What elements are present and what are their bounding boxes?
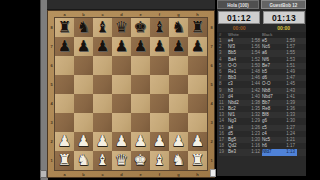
white-bishop: ♝ — [150, 151, 169, 170]
black-king: ♚ — [131, 18, 150, 37]
black-rook: ♜ — [55, 18, 74, 37]
square-b1[interactable]: ♞ — [74, 151, 93, 170]
square-g2[interactable]: ♟ — [169, 132, 188, 151]
black-knight: ♞ — [169, 18, 188, 37]
square-c8[interactable]: ♝ — [93, 18, 112, 37]
resize-grip-right[interactable] — [210, 169, 216, 177]
square-d4[interactable] — [112, 94, 131, 113]
game-info-panel: Hola (100) GuestBob 12 01:12 01:13 00:00… — [217, 0, 306, 176]
square-h5[interactable] — [188, 75, 207, 94]
square-d6[interactable] — [112, 56, 131, 75]
resize-grip-left[interactable] — [40, 170, 47, 178]
black-queen: ♛ — [112, 18, 131, 37]
white-queen: ♛ — [112, 151, 131, 170]
board-window-titlebar — [47, 0, 215, 10]
rank-labels-right: 87654321 — [208, 18, 215, 170]
white-subtime: 00:00 — [217, 24, 262, 32]
square-d3[interactable] — [112, 113, 131, 132]
square-e7[interactable]: ♟ — [131, 37, 150, 56]
square-b8[interactable]: ♞ — [74, 18, 93, 37]
rank-label-8: 8 — [48, 18, 55, 37]
square-a8[interactable]: ♜ — [55, 18, 74, 37]
square-c7[interactable]: ♟ — [93, 37, 112, 56]
sub-timers: 00:00 00:00 — [217, 24, 306, 32]
rank-label-7: 7 — [208, 37, 215, 56]
square-e2[interactable]: ♟ — [131, 132, 150, 151]
square-a5[interactable] — [55, 75, 74, 94]
move-cell-wt[interactable]: 1:12 — [249, 149, 262, 155]
rank-label-4: 4 — [208, 94, 215, 113]
square-h1[interactable]: ♜ — [188, 151, 207, 170]
white-rook: ♜ — [188, 151, 207, 170]
rank-label-5: 5 — [48, 75, 55, 94]
white-pawn: ♟ — [74, 132, 93, 151]
move-cell-w[interactable]: Be3 — [228, 149, 249, 155]
square-g4[interactable] — [169, 94, 188, 113]
square-d1[interactable]: ♛ — [112, 151, 131, 170]
black-pawn: ♟ — [74, 37, 93, 56]
square-f6[interactable] — [150, 56, 169, 75]
black-pawn: ♟ — [150, 37, 169, 56]
square-g8[interactable]: ♞ — [169, 18, 188, 37]
black-rook: ♜ — [188, 18, 207, 37]
square-c3[interactable] — [93, 113, 112, 132]
square-e5[interactable] — [131, 75, 150, 94]
black-pawn: ♟ — [112, 37, 131, 56]
rank-label-6: 6 — [48, 56, 55, 75]
square-h2[interactable]: ♟ — [188, 132, 207, 151]
square-a2[interactable]: ♟ — [55, 132, 74, 151]
rank-label-1: 1 — [48, 151, 55, 170]
black-knight: ♞ — [74, 18, 93, 37]
file-label-h: h — [188, 171, 207, 178]
square-e3[interactable] — [131, 113, 150, 132]
rank-label-4: 4 — [48, 94, 55, 113]
square-f2[interactable]: ♟ — [150, 132, 169, 151]
white-pawn: ♟ — [169, 132, 188, 151]
square-c5[interactable] — [93, 75, 112, 94]
square-f4[interactable] — [150, 94, 169, 113]
file-label-g: g — [169, 11, 188, 18]
square-e8[interactable]: ♚ — [131, 18, 150, 37]
rank-label-3: 3 — [48, 113, 55, 132]
file-label-a: a — [55, 11, 74, 18]
square-g5[interactable] — [169, 75, 188, 94]
rank-label-5: 5 — [208, 75, 215, 94]
white-clock: 01:12 — [218, 11, 260, 24]
square-b2[interactable]: ♟ — [74, 132, 93, 151]
white-knight: ♞ — [74, 151, 93, 170]
square-b7[interactable]: ♟ — [74, 37, 93, 56]
black-pawn: ♟ — [55, 37, 74, 56]
movelist[interactable]: 1e41:58e51:592Nf31:56Nc61:573Bb51:54a61:… — [217, 38, 306, 156]
rank-label-2: 2 — [48, 132, 55, 151]
file-label-b: b — [74, 11, 93, 18]
square-e1[interactable]: ♚ — [131, 151, 150, 170]
square-a3[interactable] — [55, 113, 74, 132]
square-c2[interactable]: ♟ — [93, 132, 112, 151]
file-label-b: b — [74, 171, 93, 178]
move-cell-bt[interactable]: 1:13 — [284, 149, 297, 155]
square-d8[interactable]: ♛ — [112, 18, 131, 37]
square-f3[interactable] — [150, 113, 169, 132]
move-cell-b[interactable]: Nfd7 — [262, 149, 284, 155]
rank-label-2: 2 — [208, 132, 215, 151]
move-row-19[interactable]: 19Be31:12Nfd71:13 — [219, 149, 306, 155]
chess-app-window: abcdefgh abcdefgh 87654321 87654321 ♜♞♝♛… — [0, 0, 320, 180]
square-b3[interactable] — [74, 113, 93, 132]
board-frame: abcdefgh abcdefgh 87654321 87654321 ♜♞♝♛… — [47, 10, 215, 178]
black-clock: 01:13 — [263, 11, 305, 24]
square-f5[interactable] — [150, 75, 169, 94]
square-b4[interactable] — [74, 94, 93, 113]
square-e6[interactable] — [131, 56, 150, 75]
square-h7[interactable]: ♟ — [188, 37, 207, 56]
square-c1[interactable]: ♝ — [93, 151, 112, 170]
square-f1[interactable]: ♝ — [150, 151, 169, 170]
white-king: ♚ — [131, 151, 150, 170]
white-rook: ♜ — [55, 151, 74, 170]
rank-labels-left: 87654321 — [48, 18, 55, 170]
square-h4[interactable] — [188, 94, 207, 113]
square-c6[interactable] — [93, 56, 112, 75]
square-h8[interactable]: ♜ — [188, 18, 207, 37]
chess-board[interactable]: ♜♞♝♛♚♝♞♜♟♟♟♟♟♟♟♟♟♟♟♟♟♟♟♟♜♞♝♛♚♝♞♜ — [55, 18, 207, 170]
file-labels-top: abcdefgh — [55, 11, 207, 18]
file-label-d: d — [112, 11, 131, 18]
file-label-a: a — [55, 171, 74, 178]
square-f7[interactable]: ♟ — [150, 37, 169, 56]
file-label-d: d — [112, 171, 131, 178]
white-pawn: ♟ — [55, 132, 74, 151]
file-label-c: c — [93, 11, 112, 18]
tab-black-player[interactable]: GuestBob 12 — [261, 0, 306, 9]
file-label-e: e — [131, 171, 150, 178]
square-h3[interactable] — [188, 113, 207, 132]
white-bishop: ♝ — [93, 151, 112, 170]
black-pawn: ♟ — [93, 37, 112, 56]
square-b5[interactable] — [74, 75, 93, 94]
rank-label-8: 8 — [208, 18, 215, 37]
square-g3[interactable] — [169, 113, 188, 132]
rank-label-3: 3 — [208, 113, 215, 132]
file-label-g: g — [169, 171, 188, 178]
black-bishop: ♝ — [150, 18, 169, 37]
player-tabs: Hola (100) GuestBob 12 — [217, 0, 306, 9]
square-g7[interactable]: ♟ — [169, 37, 188, 56]
square-a7[interactable]: ♟ — [55, 37, 74, 56]
black-pawn: ♟ — [131, 37, 150, 56]
square-f8[interactable]: ♝ — [150, 18, 169, 37]
rank-label-1: 1 — [208, 151, 215, 170]
square-a1[interactable]: ♜ — [55, 151, 74, 170]
square-g6[interactable] — [169, 56, 188, 75]
file-label-f: f — [150, 171, 169, 178]
file-label-c: c — [93, 171, 112, 178]
black-bishop: ♝ — [93, 18, 112, 37]
square-a6[interactable] — [55, 56, 74, 75]
white-knight: ♞ — [169, 151, 188, 170]
white-pawn: ♟ — [93, 132, 112, 151]
file-label-h: h — [188, 11, 207, 18]
black-subtime: 00:00 — [262, 24, 307, 32]
file-label-e: e — [131, 11, 150, 18]
clocks: 01:12 01:13 — [217, 11, 306, 24]
square-d2[interactable]: ♟ — [112, 132, 131, 151]
white-pawn: ♟ — [131, 132, 150, 151]
square-d5[interactable] — [112, 75, 131, 94]
tab-white-player[interactable]: Hola (100) — [217, 0, 259, 9]
move-cell-n[interactable]: 19 — [219, 149, 228, 155]
square-e4[interactable] — [131, 94, 150, 113]
white-pawn: ♟ — [188, 132, 207, 151]
black-pawn: ♟ — [188, 37, 207, 56]
square-h6[interactable] — [188, 56, 207, 75]
square-b6[interactable] — [74, 56, 93, 75]
white-pawn: ♟ — [112, 132, 131, 151]
rank-label-6: 6 — [208, 56, 215, 75]
square-g1[interactable]: ♞ — [169, 151, 188, 170]
file-label-f: f — [150, 11, 169, 18]
rank-label-7: 7 — [48, 37, 55, 56]
white-pawn: ♟ — [150, 132, 169, 151]
square-a4[interactable] — [55, 94, 74, 113]
file-labels-bottom: abcdefgh — [55, 171, 207, 178]
black-pawn: ♟ — [169, 37, 188, 56]
square-c4[interactable] — [93, 94, 112, 113]
square-d7[interactable]: ♟ — [112, 37, 131, 56]
